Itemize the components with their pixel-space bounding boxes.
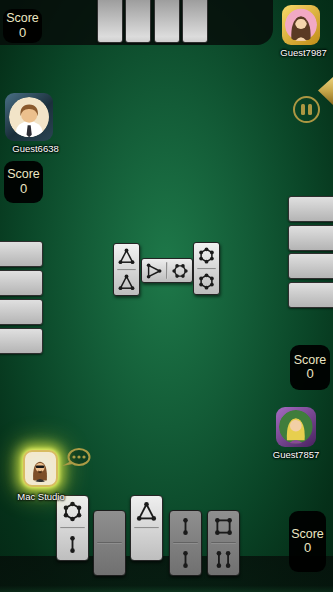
tile-half-3 bbox=[142, 259, 166, 282]
facedown-tile bbox=[0, 328, 43, 354]
facedown-tile bbox=[288, 282, 333, 308]
pip-6 bbox=[61, 500, 84, 523]
score-label: Score bbox=[294, 353, 327, 367]
pip-6 bbox=[171, 262, 189, 280]
pause-bar bbox=[301, 104, 305, 115]
tile-half-0 bbox=[94, 511, 125, 542]
pip-0 bbox=[98, 515, 121, 538]
pip-4 bbox=[212, 515, 235, 538]
hand-tile-6-2[interactable] bbox=[56, 495, 89, 561]
hand-tile-0-0 bbox=[93, 510, 126, 576]
hand-tile-3-0[interactable] bbox=[130, 495, 163, 561]
hand-tile-4-4 bbox=[207, 510, 240, 576]
avatar-bottom-portrait bbox=[27, 455, 53, 483]
speech-bubble-icon[interactable] bbox=[62, 447, 92, 471]
opponent-hand-right bbox=[288, 196, 333, 308]
tile-half-3 bbox=[114, 244, 139, 269]
player-name-bottom: Mac Studio bbox=[6, 491, 76, 502]
pip-3 bbox=[117, 273, 136, 292]
avatar-mac-studio-active[interactable] bbox=[23, 450, 58, 487]
board-tile-6-6 bbox=[193, 242, 220, 295]
score-label: Score bbox=[6, 11, 39, 25]
dominoes-table: Score 0 Score 0 Score 0 Score 0 Guest663… bbox=[0, 0, 333, 592]
board-tile-3-3 bbox=[113, 243, 140, 296]
tile-half-2 bbox=[170, 511, 201, 542]
pip-2 bbox=[174, 515, 197, 538]
score-value: 0 bbox=[306, 367, 313, 382]
avatar-left-portrait bbox=[9, 97, 49, 137]
facedown-tile bbox=[154, 0, 180, 43]
pip-6 bbox=[197, 272, 216, 291]
score-box-left-player: Score 0 bbox=[4, 161, 43, 203]
gold-arrow-icon[interactable] bbox=[318, 77, 333, 105]
tile-half-0 bbox=[131, 529, 162, 560]
score-value: 0 bbox=[304, 541, 311, 556]
facedown-tile bbox=[288, 196, 333, 222]
pip-0 bbox=[135, 533, 158, 556]
tile-half-4 bbox=[208, 544, 239, 575]
score-box-top-player: Score 0 bbox=[3, 9, 42, 43]
score-label: Score bbox=[291, 527, 324, 541]
score-box-bottom-player: Score 0 bbox=[289, 511, 326, 572]
opponent-hand-top bbox=[97, 0, 208, 43]
pip-2 bbox=[61, 533, 84, 556]
tile-half-6 bbox=[194, 270, 219, 295]
pause-icon[interactable] bbox=[293, 96, 320, 123]
score-box-right-player: Score 0 bbox=[290, 345, 330, 390]
opponent-hand-left bbox=[0, 241, 43, 354]
pip-2 bbox=[174, 548, 197, 571]
facedown-tile bbox=[125, 0, 151, 43]
player-name-left: Guest6638 bbox=[0, 143, 71, 154]
tile-half-6 bbox=[168, 259, 192, 282]
hand-tile-2-2 bbox=[169, 510, 202, 576]
score-value: 0 bbox=[19, 26, 26, 41]
tile-half-3 bbox=[114, 271, 139, 296]
board-tile-3-6 bbox=[141, 258, 193, 283]
facedown-tile bbox=[288, 225, 333, 251]
tile-half-4 bbox=[208, 511, 239, 542]
pip-0 bbox=[98, 548, 121, 571]
pip-3 bbox=[117, 247, 136, 266]
tile-half-3 bbox=[131, 496, 162, 527]
tile-half-6 bbox=[194, 243, 219, 268]
bottom-hand-shade bbox=[0, 556, 333, 592]
avatar-guest6638[interactable] bbox=[5, 93, 53, 141]
pip-6 bbox=[197, 246, 216, 265]
facedown-tile bbox=[288, 253, 333, 279]
avatar-right-portrait bbox=[279, 410, 313, 444]
pip-4 bbox=[212, 548, 235, 571]
avatar-guest7987[interactable] bbox=[282, 5, 320, 45]
facedown-tile bbox=[0, 299, 43, 325]
facedown-tile bbox=[0, 270, 43, 296]
tile-half-0 bbox=[94, 544, 125, 575]
avatar-top-portrait bbox=[285, 8, 317, 42]
score-label: Score bbox=[7, 167, 40, 181]
player-name-top: Guest7987 bbox=[276, 47, 331, 58]
pip-3 bbox=[135, 500, 158, 523]
facedown-tile bbox=[0, 241, 43, 267]
avatar-guest7857[interactable] bbox=[276, 407, 316, 447]
facedown-tile bbox=[182, 0, 208, 43]
score-value: 0 bbox=[20, 182, 27, 197]
facedown-tile bbox=[97, 0, 123, 43]
pip-3 bbox=[145, 262, 163, 280]
tile-half-2 bbox=[57, 529, 88, 560]
tile-half-2 bbox=[170, 544, 201, 575]
pause-bar bbox=[308, 104, 312, 115]
player-name-right: Guest7857 bbox=[269, 449, 323, 460]
